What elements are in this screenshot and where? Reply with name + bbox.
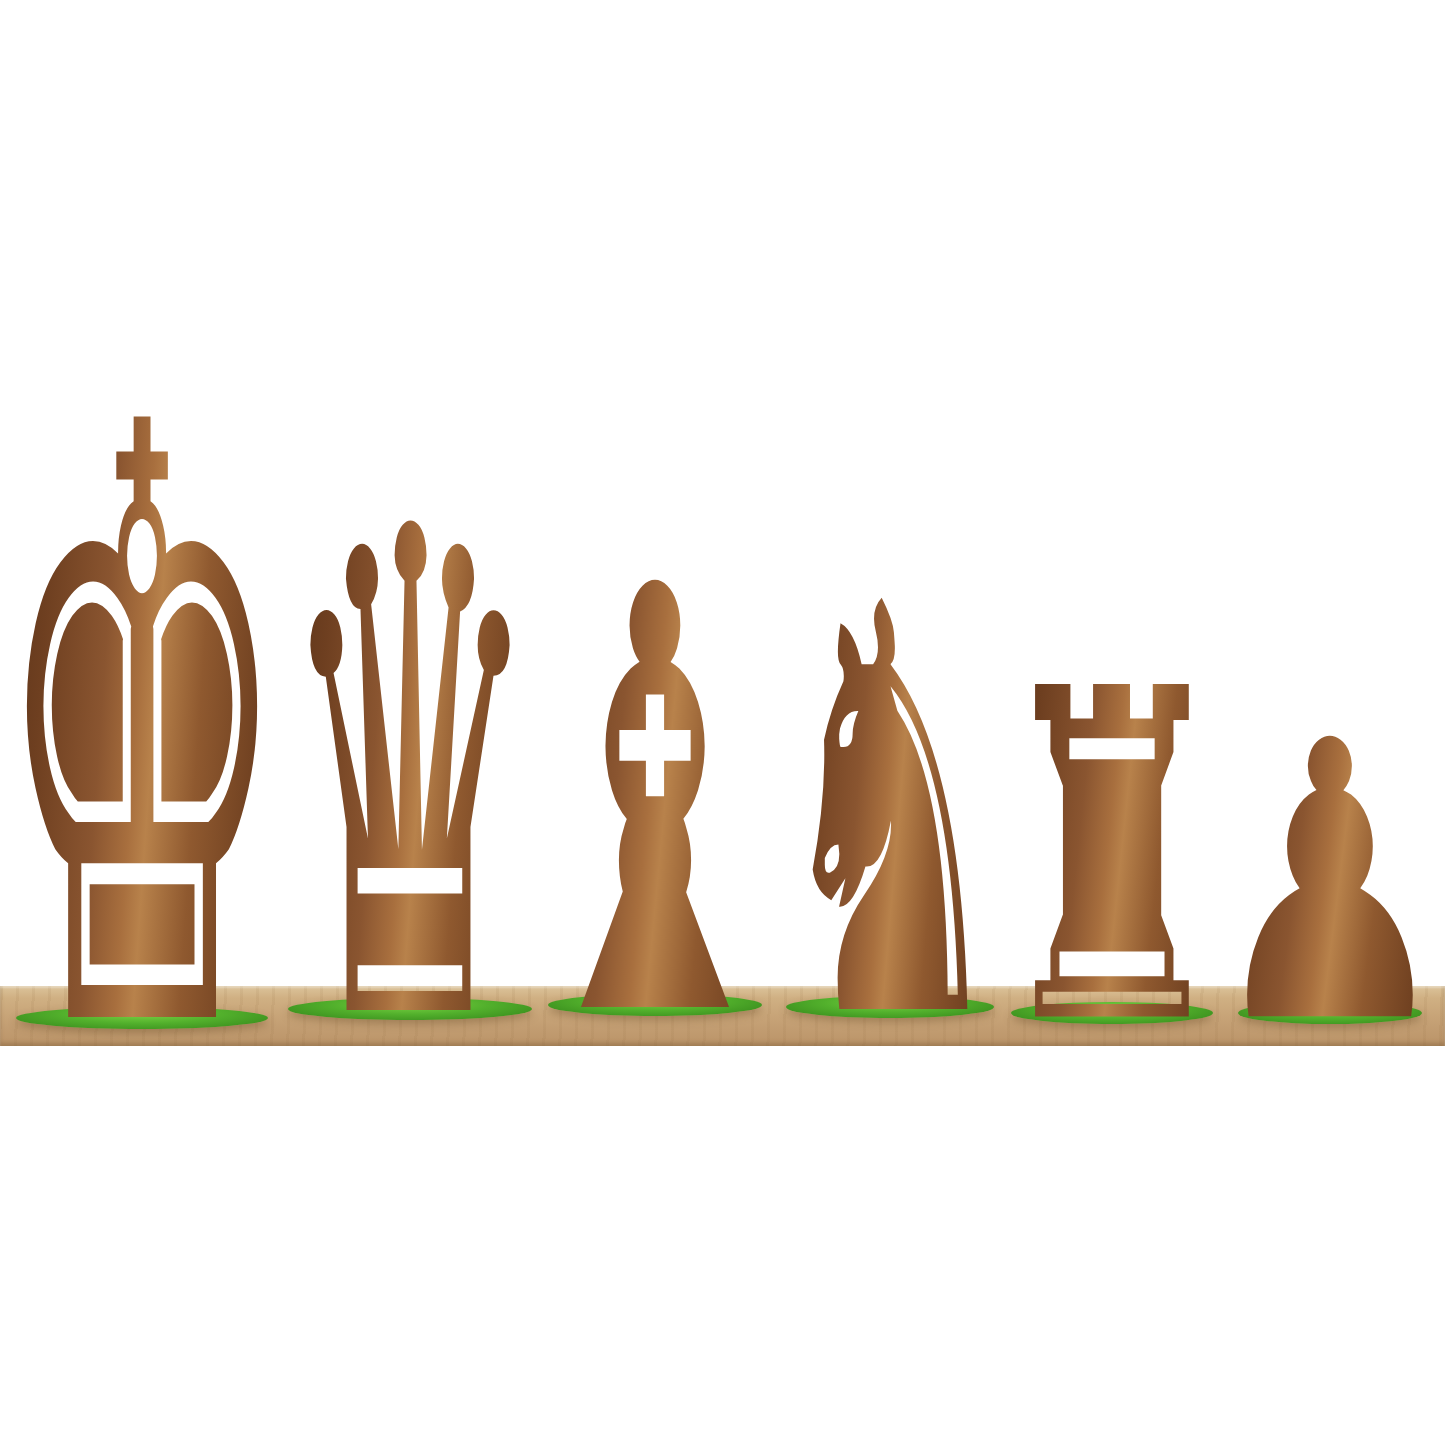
pawn-piece-icon: ♟ <box>1206 692 1445 1076</box>
knight-piece-icon: ♞ <box>769 533 1011 1096</box>
queen-piece-icon: ♛ <box>278 443 542 1113</box>
bishop-piece-icon: ♝ <box>513 512 796 1097</box>
product-photo-stage: ♚♛♝♞♜♟ <box>0 0 1445 1445</box>
king-piece-icon: ♚ <box>0 322 289 1144</box>
rook-piece-icon: ♜ <box>990 631 1235 1086</box>
